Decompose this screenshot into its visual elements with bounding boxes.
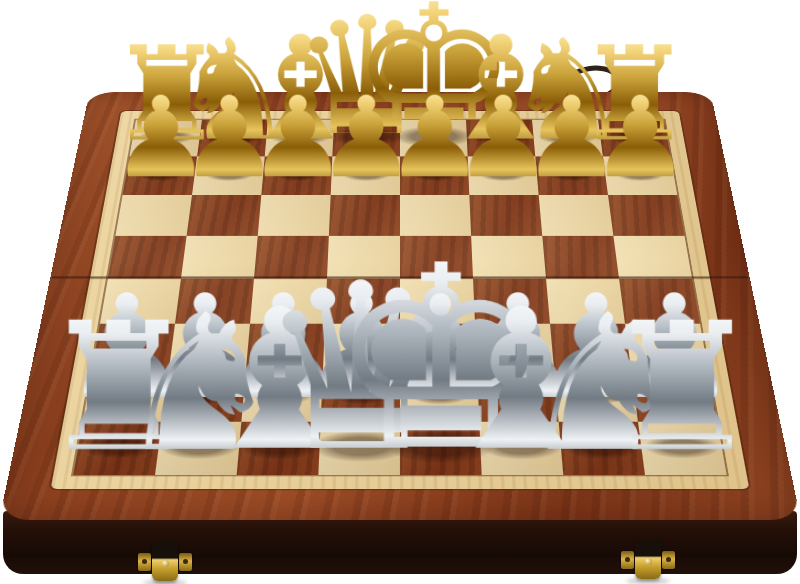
square-a6[interactable] (115, 195, 191, 236)
clasp-pin (645, 558, 652, 565)
pieces-layer: ♜♞♝♛♚♝♞♜♟♟♟♟♟♟♟♟♟♟♟♟♟♟♟♟♜♞♝♛♚♝♞♜ (0, 92, 800, 520)
clasp-wing (138, 553, 151, 571)
clasp-wing (662, 551, 675, 569)
clasp-wing (179, 553, 192, 571)
board-scene: ♜♞♝♛♚♝♞♜♟♟♟♟♟♟♟♟♟♟♟♟♟♟♟♟♜♞♝♛♚♝♞♜ (0, 0, 800, 584)
brass-clasp-left[interactable] (137, 541, 193, 581)
clasp-wing (621, 551, 634, 569)
brass-clasp-right[interactable] (620, 539, 676, 579)
square-h6[interactable] (608, 195, 684, 236)
square-b6[interactable] (187, 195, 262, 236)
chess-set-photo: ♜♞♝♛♚♝♞♜♟♟♟♟♟♟♟♟♟♟♟♟♟♟♟♟♜♞♝♛♚♝♞♜ (0, 0, 800, 584)
square-c6[interactable] (258, 195, 331, 236)
chess-board: ♜♞♝♛♚♝♞♜♟♟♟♟♟♟♟♟♟♟♟♟♟♟♟♟♜♞♝♛♚♝♞♜ (0, 92, 800, 520)
clasp-pin (162, 560, 169, 567)
